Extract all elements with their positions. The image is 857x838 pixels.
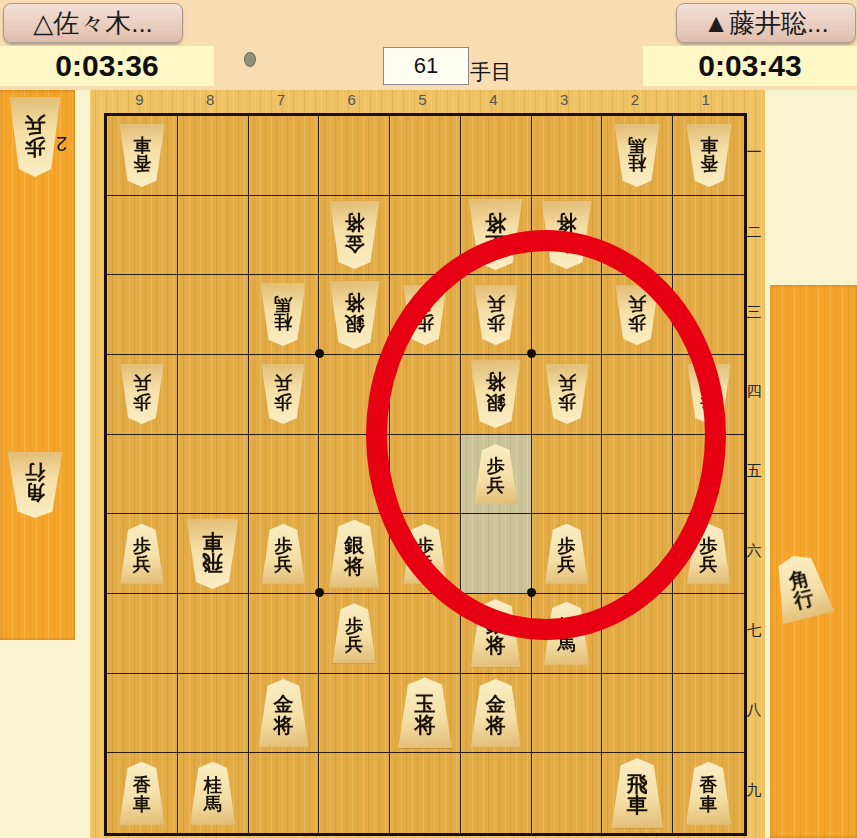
- square-2四[interactable]: [602, 355, 673, 435]
- sente-piece-香車[interactable]: 香車: [685, 762, 733, 825]
- square-4七[interactable]: 銀将: [461, 594, 532, 674]
- file-label-5: 5: [387, 91, 458, 111]
- square-5五[interactable]: [390, 435, 461, 515]
- square-2七[interactable]: [602, 594, 673, 674]
- sente-piece-歩兵[interactable]: 歩兵: [686, 524, 732, 584]
- square-7四[interactable]: 歩兵: [249, 355, 320, 435]
- gote-piece-金将[interactable]: 金将: [540, 201, 593, 269]
- square-3五[interactable]: [532, 435, 603, 515]
- square-2八[interactable]: [602, 674, 673, 754]
- gote-piece-銀将[interactable]: 銀将: [328, 281, 381, 349]
- square-1二[interactable]: [673, 196, 744, 276]
- square-7三[interactable]: 桂馬: [249, 275, 320, 355]
- sente-piece-飛車[interactable]: 飛車: [610, 758, 665, 828]
- hoshi-star-point: [315, 349, 324, 358]
- square-3二[interactable]: 金将: [532, 196, 603, 276]
- square-1三[interactable]: [673, 275, 744, 355]
- square-8七[interactable]: [178, 594, 249, 674]
- status-dot-icon: [244, 52, 256, 67]
- gote-piece-金将[interactable]: 金将: [328, 201, 381, 269]
- move-counter-label: 手目: [470, 58, 512, 86]
- square-6一[interactable]: [319, 116, 390, 196]
- square-2六[interactable]: [602, 514, 673, 594]
- square-4二[interactable]: 王将: [461, 196, 532, 276]
- sente-piece-香車[interactable]: 香車: [118, 762, 166, 825]
- hoshi-star-point: [527, 349, 536, 358]
- board: 987654321 一二三四五六七八九 香車桂馬香車金将王将金将桂馬銀将歩兵歩兵…: [90, 90, 765, 838]
- square-6二[interactable]: 金将: [319, 196, 390, 276]
- square-6九[interactable]: [319, 753, 390, 833]
- square-4四[interactable]: 銀将: [461, 355, 532, 435]
- square-3四[interactable]: 歩兵: [532, 355, 603, 435]
- file-label-6: 6: [316, 91, 387, 111]
- gote-piece-香車[interactable]: 香車: [685, 124, 733, 187]
- square-1八[interactable]: [673, 674, 744, 754]
- gote-piece-歩兵[interactable]: 歩兵: [473, 285, 519, 345]
- square-8三[interactable]: [178, 275, 249, 355]
- square-7二[interactable]: [249, 196, 320, 276]
- square-8九[interactable]: 桂馬: [178, 753, 249, 833]
- sente-clock: 0:03:43: [643, 46, 857, 86]
- gote-player-button[interactable]: △佐々木...: [3, 3, 183, 43]
- square-8八[interactable]: [178, 674, 249, 754]
- square-5一[interactable]: [390, 116, 461, 196]
- gote-piece-香車[interactable]: 香車: [118, 124, 166, 187]
- square-9六[interactable]: 歩兵: [107, 514, 178, 594]
- sente-piece-金将[interactable]: 金将: [257, 679, 310, 747]
- square-9三[interactable]: [107, 275, 178, 355]
- square-7七[interactable]: [249, 594, 320, 674]
- gote-piece-角行[interactable]: 角行: [6, 452, 64, 518]
- square-3七[interactable]: 桂馬: [532, 594, 603, 674]
- move-number-input[interactable]: [383, 47, 469, 85]
- square-2九[interactable]: 飛車: [602, 753, 673, 833]
- square-5四[interactable]: [390, 355, 461, 435]
- sente-player-button[interactable]: ▲藤井聡...: [676, 3, 856, 43]
- sente-piece-桂馬[interactable]: 桂馬: [543, 602, 591, 665]
- square-3三[interactable]: [532, 275, 603, 355]
- sente-piece-金将[interactable]: 金将: [469, 679, 522, 747]
- square-8四[interactable]: [178, 355, 249, 435]
- square-8六[interactable]: 飛車: [178, 514, 249, 594]
- file-label-8: 8: [175, 91, 246, 111]
- square-3六[interactable]: 歩兵: [532, 514, 603, 594]
- gote-player-name: △佐々木...: [33, 6, 153, 41]
- square-4三[interactable]: 歩兵: [461, 275, 532, 355]
- board-grid: 香車桂馬香車金将王将金将桂馬銀将歩兵歩兵歩兵歩兵歩兵銀将歩兵歩兵歩兵歩兵飛車歩兵…: [104, 113, 747, 836]
- square-9四[interactable]: 歩兵: [107, 355, 178, 435]
- square-8五[interactable]: [178, 435, 249, 515]
- gote-piece-王将[interactable]: 王将: [467, 199, 524, 270]
- square-5六[interactable]: 歩兵: [390, 514, 461, 594]
- square-1六[interactable]: 歩兵: [673, 514, 744, 594]
- file-label-1: 1: [670, 91, 741, 111]
- sente-piece-銀将[interactable]: 銀将: [469, 599, 522, 667]
- square-4六[interactable]: [461, 514, 532, 594]
- square-2二[interactable]: [602, 196, 673, 276]
- square-1一[interactable]: 香車: [673, 116, 744, 196]
- square-4九[interactable]: [461, 753, 532, 833]
- square-7八[interactable]: 金将: [249, 674, 320, 754]
- square-8二[interactable]: [178, 196, 249, 276]
- left-margin: 歩兵2角行: [0, 90, 90, 838]
- hoshi-star-point: [527, 588, 536, 597]
- sente-player-name: ▲藤井聡...: [703, 6, 828, 41]
- square-6七[interactable]: 歩兵: [319, 594, 390, 674]
- square-3八[interactable]: [532, 674, 603, 754]
- square-2五[interactable]: [602, 435, 673, 515]
- square-5八[interactable]: 玉将: [390, 674, 461, 754]
- square-9五[interactable]: [107, 435, 178, 515]
- sente-piece-銀将[interactable]: 銀将: [328, 520, 381, 588]
- square-1四[interactable]: 歩兵: [673, 355, 744, 435]
- sente-piece-歩兵[interactable]: 歩兵: [473, 444, 519, 504]
- square-6四[interactable]: [319, 355, 390, 435]
- sente-piece-歩兵[interactable]: 歩兵: [331, 603, 377, 663]
- gote-piece-歩兵[interactable]: 歩兵: [119, 364, 165, 424]
- square-3九[interactable]: [532, 753, 603, 833]
- file-coordinate-labels: 987654321: [104, 91, 741, 111]
- square-4五[interactable]: 歩兵: [461, 435, 532, 515]
- square-6三[interactable]: 銀将: [319, 275, 390, 355]
- square-1七[interactable]: [673, 594, 744, 674]
- sente-piece-桂馬[interactable]: 桂馬: [189, 762, 237, 825]
- square-3一[interactable]: [532, 116, 603, 196]
- sente-piece-歩兵[interactable]: 歩兵: [119, 524, 165, 584]
- sente-captured-stand: 角行歩兵2: [770, 285, 857, 838]
- square-2三[interactable]: 歩兵: [602, 275, 673, 355]
- square-5七[interactable]: [390, 594, 461, 674]
- square-9二[interactable]: [107, 196, 178, 276]
- sente-piece-角行[interactable]: 角行: [766, 549, 836, 625]
- square-5三[interactable]: 歩兵: [390, 275, 461, 355]
- shogi-app-window: △佐々木... ▲藤井聡... 0:03:36 0:03:43 手目 歩兵2角行…: [0, 0, 857, 838]
- gote-piece-歩兵[interactable]: 歩兵: [614, 285, 660, 345]
- square-9九[interactable]: 香車: [107, 753, 178, 833]
- file-label-3: 3: [529, 91, 600, 111]
- square-5九[interactable]: [390, 753, 461, 833]
- file-label-4: 4: [458, 91, 529, 111]
- square-9八[interactable]: [107, 674, 178, 754]
- file-label-7: 7: [246, 91, 317, 111]
- square-1五[interactable]: [673, 435, 744, 515]
- gote-piece-桂馬[interactable]: 桂馬: [259, 283, 307, 346]
- square-6八[interactable]: [319, 674, 390, 754]
- square-4八[interactable]: 金将: [461, 674, 532, 754]
- square-7六[interactable]: 歩兵: [249, 514, 320, 594]
- gote-piece-歩兵[interactable]: 歩兵: [544, 364, 590, 424]
- gote-piece-桂馬[interactable]: 桂馬: [613, 124, 661, 187]
- square-2一[interactable]: 桂馬: [602, 116, 673, 196]
- square-7五[interactable]: [249, 435, 320, 515]
- gote-piece-飛車[interactable]: 飛車: [185, 519, 240, 589]
- gote-hand-count-歩兵: 2: [56, 132, 67, 155]
- square-9一[interactable]: 香車: [107, 116, 178, 196]
- gote-piece-歩兵[interactable]: 歩兵: [8, 97, 62, 177]
- square-7一[interactable]: [249, 116, 320, 196]
- gote-piece-歩兵[interactable]: 歩兵: [686, 364, 732, 424]
- square-1九[interactable]: 香車: [673, 753, 744, 833]
- right-margin: 角行歩兵2: [765, 90, 857, 838]
- hoshi-star-point: [315, 588, 324, 597]
- square-9七[interactable]: [107, 594, 178, 674]
- gote-piece-銀将[interactable]: 銀将: [469, 360, 522, 428]
- gote-clock: 0:03:36: [0, 46, 214, 86]
- square-8一[interactable]: [178, 116, 249, 196]
- sente-piece-玉将[interactable]: 玉将: [396, 677, 453, 748]
- sente-piece-歩兵[interactable]: 歩兵: [402, 524, 448, 584]
- file-label-9: 9: [104, 91, 175, 111]
- square-4一[interactable]: [461, 116, 532, 196]
- file-label-2: 2: [599, 91, 670, 111]
- sente-piece-歩兵[interactable]: 歩兵: [544, 524, 590, 584]
- square-6五[interactable]: [319, 435, 390, 515]
- square-6六[interactable]: 銀将: [319, 514, 390, 594]
- gote-captured-stand: 歩兵2角行: [0, 90, 75, 640]
- gote-piece-歩兵[interactable]: 歩兵: [260, 364, 306, 424]
- square-7九[interactable]: [249, 753, 320, 833]
- sente-piece-歩兵[interactable]: 歩兵: [260, 524, 306, 584]
- gote-piece-歩兵[interactable]: 歩兵: [402, 285, 448, 345]
- square-5二[interactable]: [390, 196, 461, 276]
